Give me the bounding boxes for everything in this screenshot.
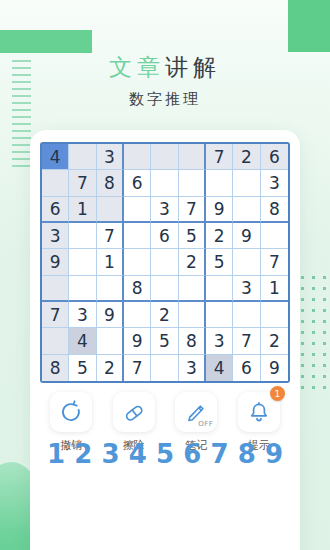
- cell-r1c5[interactable]: [151, 144, 178, 170]
- cell-r1c2[interactable]: [69, 144, 96, 170]
- cell-r3c5[interactable]: 3: [151, 197, 178, 223]
- erase-button-box[interactable]: [113, 392, 155, 432]
- cell-r6c1[interactable]: [42, 276, 69, 302]
- cell-r8c3[interactable]: [97, 328, 124, 354]
- cell-r2c1[interactable]: [42, 170, 69, 196]
- cell-r9c5[interactable]: [151, 355, 178, 381]
- cell-r4c9[interactable]: [261, 223, 288, 249]
- numpad-9[interactable]: 9: [265, 438, 283, 472]
- cell-r4c5[interactable]: 6: [151, 223, 178, 249]
- cell-r7c2[interactable]: 3: [69, 302, 96, 328]
- cell-r7c9[interactable]: [261, 302, 288, 328]
- hint-button-box[interactable]: 1: [238, 392, 280, 432]
- cell-r4c8[interactable]: 9: [233, 223, 260, 249]
- cell-r8c9[interactable]: 2: [261, 328, 288, 354]
- page-title-accent: 文章: [109, 54, 165, 80]
- notes-off-state: OFF: [198, 420, 213, 428]
- cell-r8c7[interactable]: 3: [206, 328, 233, 354]
- eraser-icon: [122, 400, 146, 424]
- cell-r4c7[interactable]: 2: [206, 223, 233, 249]
- page-title: 文章讲解: [0, 52, 330, 83]
- numpad-5[interactable]: 5: [156, 438, 174, 472]
- cell-r9c8[interactable]: 6: [233, 355, 260, 381]
- hint-badge: 1: [270, 386, 285, 401]
- cell-r4c6[interactable]: 5: [179, 223, 206, 249]
- cell-r2c2[interactable]: 7: [69, 170, 96, 196]
- cell-r9c6[interactable]: 3: [179, 355, 206, 381]
- numpad-1[interactable]: 1: [47, 438, 65, 472]
- cell-r1c4[interactable]: [124, 144, 151, 170]
- cell-r9c9[interactable]: 9: [261, 355, 288, 381]
- cell-r8c2[interactable]: 4: [69, 328, 96, 354]
- cell-r7c4[interactable]: [124, 302, 151, 328]
- numpad-8[interactable]: 8: [238, 438, 256, 472]
- cell-r1c6[interactable]: [179, 144, 206, 170]
- cell-r5c4[interactable]: [124, 249, 151, 275]
- cell-r7c3[interactable]: 9: [97, 302, 124, 328]
- cell-r1c1[interactable]: 4: [42, 144, 69, 170]
- cell-r5c3[interactable]: 1: [97, 249, 124, 275]
- cell-r6c7[interactable]: [206, 276, 233, 302]
- notes-button-box[interactable]: OFF: [175, 392, 217, 432]
- numpad-6[interactable]: 6: [183, 438, 201, 472]
- bell-icon: [247, 400, 271, 424]
- cell-r8c8[interactable]: 7: [233, 328, 260, 354]
- game-card: 4372678636137983765299125783173924958372…: [30, 130, 300, 550]
- green-bar-right: [288, 0, 330, 52]
- cell-r3c2[interactable]: 1: [69, 197, 96, 223]
- cell-r3c7[interactable]: 9: [206, 197, 233, 223]
- cell-r3c1[interactable]: 6: [42, 197, 69, 223]
- cell-r9c7[interactable]: 4: [206, 355, 233, 381]
- cell-r5c8[interactable]: [233, 249, 260, 275]
- cell-r7c8[interactable]: [233, 302, 260, 328]
- cell-r3c9[interactable]: 8: [261, 197, 288, 223]
- cell-r6c4[interactable]: 8: [124, 276, 151, 302]
- cell-r8c1[interactable]: [42, 328, 69, 354]
- cell-r1c8[interactable]: 2: [233, 144, 260, 170]
- cell-r4c2[interactable]: [69, 223, 96, 249]
- cell-r1c3[interactable]: 3: [97, 144, 124, 170]
- cell-r2c9[interactable]: 3: [261, 170, 288, 196]
- cell-r5c6[interactable]: 2: [179, 249, 206, 275]
- cell-r2c8[interactable]: [233, 170, 260, 196]
- green-bar-left: [0, 30, 92, 53]
- number-pad: 123456789: [30, 438, 300, 472]
- cell-r6c5[interactable]: [151, 276, 178, 302]
- cell-r6c2[interactable]: [69, 276, 96, 302]
- cell-r5c1[interactable]: 9: [42, 249, 69, 275]
- cell-r3c4[interactable]: [124, 197, 151, 223]
- cell-r4c4[interactable]: [124, 223, 151, 249]
- cell-r9c2[interactable]: 5: [69, 355, 96, 381]
- cell-r7c6[interactable]: [179, 302, 206, 328]
- page-title-main: 讲解: [165, 54, 221, 80]
- cell-r6c6[interactable]: [179, 276, 206, 302]
- page-subtitle: 数字推理: [0, 90, 330, 109]
- numpad-7[interactable]: 7: [210, 438, 228, 472]
- numpad-2[interactable]: 2: [74, 438, 92, 472]
- cell-r7c1[interactable]: 7: [42, 302, 69, 328]
- cell-r4c1[interactable]: 3: [42, 223, 69, 249]
- cell-r2c3[interactable]: 8: [97, 170, 124, 196]
- cell-r8c4[interactable]: 9: [124, 328, 151, 354]
- numpad-4[interactable]: 4: [129, 438, 147, 472]
- cell-r8c6[interactable]: 8: [179, 328, 206, 354]
- undo-icon: [59, 400, 83, 424]
- cell-r8c5[interactable]: 5: [151, 328, 178, 354]
- numpad-3[interactable]: 3: [101, 438, 119, 472]
- undo-button-box[interactable]: [50, 392, 92, 432]
- cell-r2c5[interactable]: [151, 170, 178, 196]
- sudoku-board: 4372678636137983765299125783173924958372…: [40, 142, 290, 383]
- cell-r3c6[interactable]: 7: [179, 197, 206, 223]
- cell-r2c6[interactable]: [179, 170, 206, 196]
- cell-r6c9[interactable]: 1: [261, 276, 288, 302]
- cell-r4c3[interactable]: 7: [97, 223, 124, 249]
- cell-r5c9[interactable]: 7: [261, 249, 288, 275]
- cell-r3c8[interactable]: [233, 197, 260, 223]
- cell-r1c9[interactable]: 6: [261, 144, 288, 170]
- cell-r6c8[interactable]: 3: [233, 276, 260, 302]
- cell-r7c5[interactable]: 2: [151, 302, 178, 328]
- cell-r2c4[interactable]: 6: [124, 170, 151, 196]
- cell-r5c5[interactable]: [151, 249, 178, 275]
- cell-r2c7[interactable]: [206, 170, 233, 196]
- cell-r3c3[interactable]: [97, 197, 124, 223]
- cell-r5c2[interactable]: [69, 249, 96, 275]
- cell-r7c7[interactable]: [206, 302, 233, 328]
- cell-r5c7[interactable]: 5: [206, 249, 233, 275]
- cell-r9c3[interactable]: 2: [97, 355, 124, 381]
- cell-r1c7[interactable]: 7: [206, 144, 233, 170]
- cell-r9c1[interactable]: 8: [42, 355, 69, 381]
- cell-r6c3[interactable]: [97, 276, 124, 302]
- cell-r9c4[interactable]: 7: [124, 355, 151, 381]
